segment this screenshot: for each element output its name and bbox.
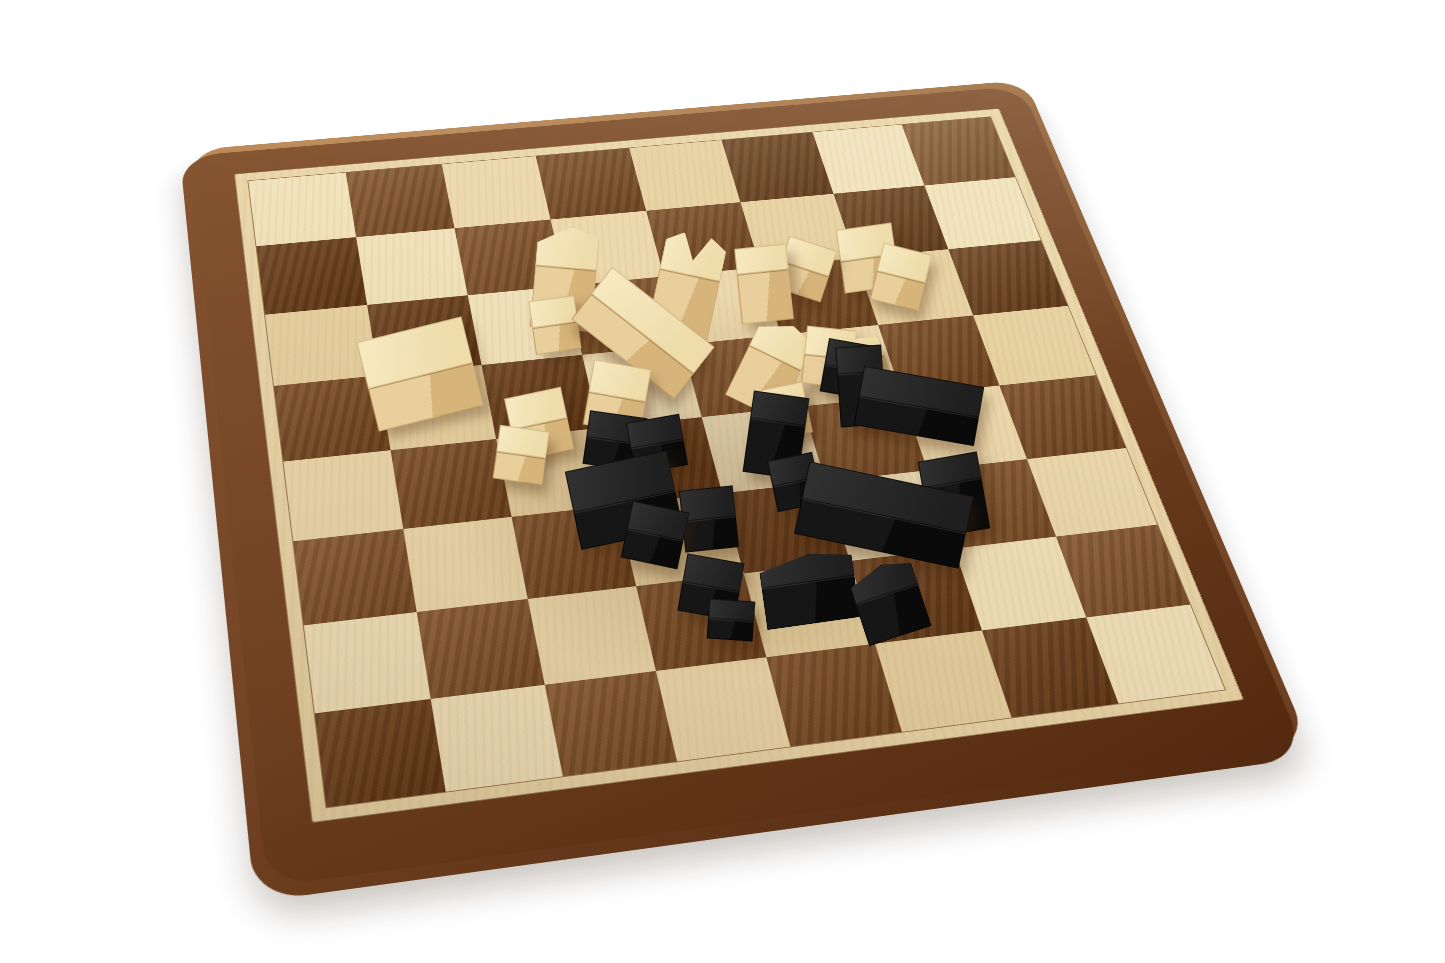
piece-block-dark-box — [854, 366, 985, 446]
piece-block-dark-wedge — [846, 556, 932, 647]
piece-block-light-cube — [492, 425, 549, 485]
piece-side-face — [737, 269, 794, 324]
piece-block-dark-cube — [621, 501, 690, 570]
piece-block-dark-cube — [707, 598, 756, 641]
piece-side-face — [532, 322, 581, 355]
pieces-layer — [0, 0, 1445, 963]
piece-block-light-tall — [734, 243, 794, 324]
piece-side-face — [682, 516, 739, 552]
piece-side-face — [492, 452, 545, 486]
piece-side-face — [707, 618, 754, 641]
piece-block-light-cube — [528, 295, 581, 355]
board-photo — [0, 0, 1445, 963]
piece-block-dark-wedge — [758, 548, 861, 630]
piece-top-face — [535, 223, 600, 270]
piece-block-light-box — [356, 316, 483, 431]
